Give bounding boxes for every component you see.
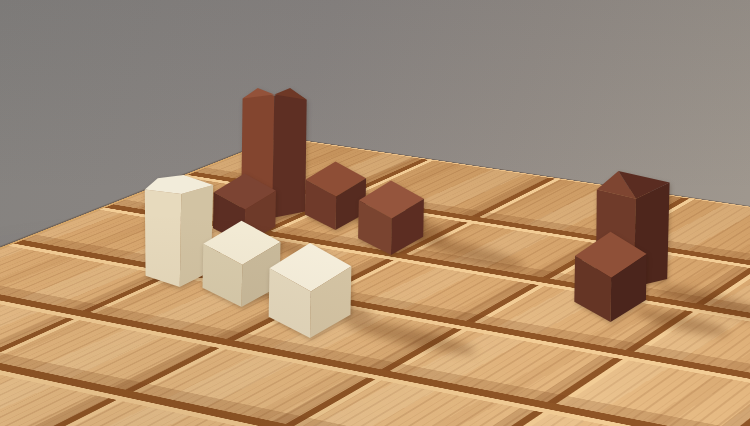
brown-flat-e4[interactable] bbox=[572, 230, 649, 322]
photo-scene bbox=[0, 0, 750, 426]
white-flat-c2[interactable] bbox=[266, 241, 354, 338]
brown-flat-d4[interactable] bbox=[356, 179, 426, 255]
